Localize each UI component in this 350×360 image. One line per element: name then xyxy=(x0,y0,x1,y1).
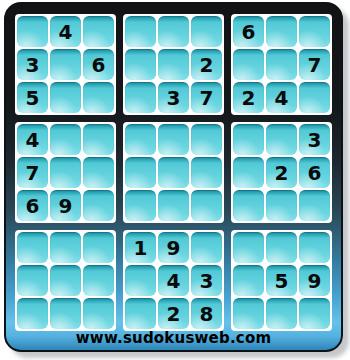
cell-r3c8[interactable]: 4 xyxy=(266,82,297,113)
cell-r4c3[interactable] xyxy=(83,124,114,155)
box-r3c3: 59 xyxy=(231,230,332,331)
cell-r7c4[interactable]: 1 xyxy=(125,232,156,263)
cell-r6c7[interactable] xyxy=(233,190,264,221)
box-r2c1: 4769 xyxy=(15,122,116,223)
cell-r9c2[interactable] xyxy=(50,298,81,329)
cell-r2c3[interactable]: 6 xyxy=(83,49,114,80)
cell-r7c8[interactable] xyxy=(266,232,297,263)
box-r3c1 xyxy=(15,230,116,331)
cell-r4c5[interactable] xyxy=(158,124,189,155)
box-r2c3: 326 xyxy=(231,122,332,223)
cell-r9c7[interactable] xyxy=(233,298,264,329)
sudoku-grid: 43652376724476932619432859 xyxy=(15,14,332,331)
cell-r8c4[interactable] xyxy=(125,265,156,296)
cell-r3c6[interactable]: 7 xyxy=(191,82,222,113)
cell-r3c3[interactable] xyxy=(83,82,114,113)
cell-r8c5[interactable]: 4 xyxy=(158,265,189,296)
cell-r9c6[interactable]: 8 xyxy=(191,298,222,329)
cell-r6c1[interactable]: 6 xyxy=(17,190,48,221)
cell-r4c9[interactable]: 3 xyxy=(299,124,330,155)
cell-r9c4[interactable] xyxy=(125,298,156,329)
cell-r1c8[interactable] xyxy=(266,16,297,47)
cell-r5c2[interactable] xyxy=(50,157,81,188)
cell-r6c5[interactable] xyxy=(158,190,189,221)
cell-r6c9[interactable] xyxy=(299,190,330,221)
cell-r8c1[interactable] xyxy=(17,265,48,296)
cell-r3c9[interactable] xyxy=(299,82,330,113)
cell-r7c9[interactable] xyxy=(299,232,330,263)
cell-r2c8[interactable] xyxy=(266,49,297,80)
cell-r4c1[interactable]: 4 xyxy=(17,124,48,155)
cell-r2c7[interactable] xyxy=(233,49,264,80)
cell-r5c5[interactable] xyxy=(158,157,189,188)
cell-r2c6[interactable]: 2 xyxy=(191,49,222,80)
box-r1c2: 237 xyxy=(123,14,224,115)
cell-r2c1[interactable]: 3 xyxy=(17,49,48,80)
cell-r2c9[interactable]: 7 xyxy=(299,49,330,80)
box-r2c2 xyxy=(123,122,224,223)
cell-r2c2[interactable] xyxy=(50,49,81,80)
cell-r2c5[interactable] xyxy=(158,49,189,80)
cell-r1c5[interactable] xyxy=(158,16,189,47)
cell-r5c3[interactable] xyxy=(83,157,114,188)
cell-r4c6[interactable] xyxy=(191,124,222,155)
cell-r5c7[interactable] xyxy=(233,157,264,188)
cell-r1c2[interactable]: 4 xyxy=(50,16,81,47)
cell-r8c8[interactable]: 5 xyxy=(266,265,297,296)
cell-r1c7[interactable]: 6 xyxy=(233,16,264,47)
cell-r3c1[interactable]: 5 xyxy=(17,82,48,113)
cell-r7c7[interactable] xyxy=(233,232,264,263)
cell-r3c5[interactable]: 3 xyxy=(158,82,189,113)
footer-bar: www.sudokusweb.com xyxy=(6,329,341,349)
sudoku-board: 43652376724476932619432859 www.sudokuswe… xyxy=(4,2,343,352)
cell-r5c4[interactable] xyxy=(125,157,156,188)
cell-r4c7[interactable] xyxy=(233,124,264,155)
cell-r5c9[interactable]: 6 xyxy=(299,157,330,188)
cell-r7c2[interactable] xyxy=(50,232,81,263)
box-r1c3: 6724 xyxy=(231,14,332,115)
cell-r8c3[interactable] xyxy=(83,265,114,296)
cell-r5c6[interactable] xyxy=(191,157,222,188)
cell-r7c6[interactable] xyxy=(191,232,222,263)
sudoku-page: 43652376724476932619432859 www.sudokuswe… xyxy=(0,0,350,360)
cell-r6c6[interactable] xyxy=(191,190,222,221)
cell-r8c7[interactable] xyxy=(233,265,264,296)
cell-r1c9[interactable] xyxy=(299,16,330,47)
cell-r9c9[interactable] xyxy=(299,298,330,329)
website-url: www.sudokusweb.com xyxy=(76,329,271,347)
cell-r8c9[interactable]: 9 xyxy=(299,265,330,296)
cell-r5c1[interactable]: 7 xyxy=(17,157,48,188)
cell-r8c6[interactable]: 3 xyxy=(191,265,222,296)
cell-r2c4[interactable] xyxy=(125,49,156,80)
cell-r5c8[interactable]: 2 xyxy=(266,157,297,188)
cell-r7c3[interactable] xyxy=(83,232,114,263)
cell-r6c2[interactable]: 9 xyxy=(50,190,81,221)
cell-r3c7[interactable]: 2 xyxy=(233,82,264,113)
cell-r1c3[interactable] xyxy=(83,16,114,47)
cell-r9c8[interactable] xyxy=(266,298,297,329)
cell-r6c3[interactable] xyxy=(83,190,114,221)
cell-r8c2[interactable] xyxy=(50,265,81,296)
cell-r1c4[interactable] xyxy=(125,16,156,47)
cell-r3c2[interactable] xyxy=(50,82,81,113)
cell-r4c2[interactable] xyxy=(50,124,81,155)
box-r1c1: 4365 xyxy=(15,14,116,115)
cell-r7c5[interactable]: 9 xyxy=(158,232,189,263)
cell-r4c8[interactable] xyxy=(266,124,297,155)
cell-r7c1[interactable] xyxy=(17,232,48,263)
cell-r6c4[interactable] xyxy=(125,190,156,221)
cell-r9c3[interactable] xyxy=(83,298,114,329)
cell-r1c1[interactable] xyxy=(17,16,48,47)
cell-r1c6[interactable] xyxy=(191,16,222,47)
cell-r4c4[interactable] xyxy=(125,124,156,155)
cell-r9c5[interactable]: 2 xyxy=(158,298,189,329)
cell-r6c8[interactable] xyxy=(266,190,297,221)
box-r3c2: 194328 xyxy=(123,230,224,331)
cell-r3c4[interactable] xyxy=(125,82,156,113)
cell-r9c1[interactable] xyxy=(17,298,48,329)
